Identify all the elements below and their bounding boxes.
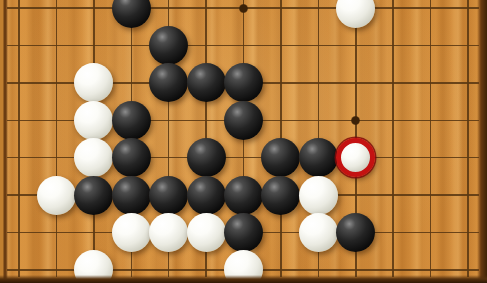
stone-black [112,0,151,28]
stone-black [224,101,263,140]
stone-black [187,138,226,177]
stone-black [299,138,338,177]
stone-black [187,176,226,215]
grid-vline [430,0,432,277]
stone-black [112,138,151,177]
stone-white [299,176,338,215]
stone-black [224,176,263,215]
stone-black [224,63,263,102]
stone-black [187,63,226,102]
stone-white [187,213,226,252]
stone-black [261,138,300,177]
stone-black [112,101,151,140]
go-board[interactable] [0,0,487,283]
stone-black [112,176,151,215]
stone-white [74,101,113,140]
stone-white [74,138,113,177]
grid-vline [392,0,394,277]
stone-white [74,63,113,102]
stone-white [149,213,188,252]
grid-vline [56,0,58,277]
board-edge-left [0,0,8,283]
star-point [239,4,248,13]
board-edge-right [477,0,487,283]
stone-black [224,213,263,252]
stone-white [112,213,151,252]
stone-black [336,213,375,252]
grid-vline [18,0,20,277]
stone-white [74,250,113,283]
grid-vline [467,0,469,277]
stone-white-last-move [336,138,375,177]
star-point [351,116,360,125]
stone-black [74,176,113,215]
stone-white [336,0,375,28]
stone-black [149,176,188,215]
stone-white [299,213,338,252]
stone-black [149,26,188,65]
stone-white [224,250,263,283]
stone-black [149,63,188,102]
stone-black [261,176,300,215]
stone-white [37,176,76,215]
